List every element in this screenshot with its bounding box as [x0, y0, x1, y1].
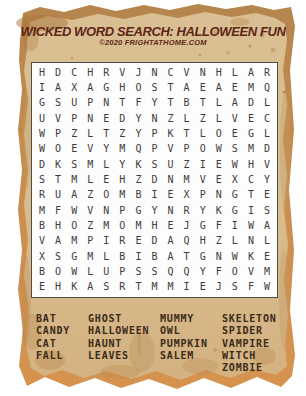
grid-cell-r9c1[interactable]: R	[34, 188, 50, 203]
word-list-column: BATCANDYCATFALL	[36, 313, 70, 362]
grid-cell-r9c10[interactable]: X	[179, 188, 195, 203]
grid-cell-r5c8[interactable]: P	[146, 126, 162, 141]
grid-cell-r15c13[interactable]: S	[227, 280, 243, 295]
grid-cell-r3c11[interactable]: T	[195, 96, 211, 111]
grid-cell-r9c5[interactable]: O	[98, 188, 114, 203]
grid-cell-r10c15[interactable]: S	[259, 203, 275, 218]
word-list-item: GHOST	[88, 313, 149, 325]
grid-cell-r13c15[interactable]: E	[259, 249, 275, 264]
grid-cell-r7c5[interactable]: L	[98, 157, 114, 172]
grid-cell-r4c9[interactable]: Z	[163, 111, 179, 126]
grid-cell-r3c6[interactable]: T	[114, 96, 130, 111]
grid-cell-r11c10[interactable]: J	[179, 218, 195, 233]
grid-cell-r5c2[interactable]: P	[50, 126, 66, 141]
grid-cell-r4c10[interactable]: L	[179, 111, 195, 126]
grid-cell-r4c1[interactable]: U	[34, 111, 50, 126]
grid-cell-r12c12[interactable]: Z	[211, 234, 227, 249]
grid-cell-r7c6[interactable]: Y	[114, 157, 130, 172]
grid-cell-r5c14[interactable]: G	[243, 126, 259, 141]
grid-cell-r13c8[interactable]: B	[146, 249, 162, 264]
word-list-column: MUMMYOWLPUMPKINSALEM	[160, 313, 208, 362]
grid-cell-r1c9[interactable]: C	[163, 65, 179, 80]
grid-cell-r7c11[interactable]: I	[195, 157, 211, 172]
grid-cell-r3c3[interactable]: U	[66, 96, 82, 111]
grid-cell-r13c14[interactable]: K	[243, 249, 259, 264]
word-list-item: OWL	[160, 325, 208, 337]
grid-cell-r5c15[interactable]: L	[259, 126, 275, 141]
grid-cell-r7c15[interactable]: V	[259, 157, 275, 172]
grid-cell-r12c15[interactable]: L	[259, 234, 275, 249]
grid-cell-r2c8[interactable]: S	[146, 80, 162, 95]
grid-cell-r2c12[interactable]: A	[211, 80, 227, 95]
grid-cell-r6c7[interactable]: Q	[130, 142, 146, 157]
word-list-item: SALEM	[160, 350, 208, 362]
grid-cell-r10c12[interactable]: K	[211, 203, 227, 218]
grid-cell-r9c4[interactable]: Z	[82, 188, 98, 203]
grid-cell-r13c9[interactable]: A	[163, 249, 179, 264]
grid-cell-r1c10[interactable]: V	[179, 65, 195, 80]
grid-cell-r7c12[interactable]: E	[211, 157, 227, 172]
grid-cell-r8c13[interactable]: X	[227, 172, 243, 187]
word-list-item: PUMPKIN	[160, 338, 208, 350]
grid-cell-r3c15[interactable]: L	[259, 96, 275, 111]
grid-cell-r15c7[interactable]: T	[130, 280, 146, 295]
grid-cell-r9c11[interactable]: P	[195, 188, 211, 203]
grid-cell-r11c13[interactable]: I	[227, 218, 243, 233]
grid-cell-r15c15[interactable]: W	[259, 280, 275, 295]
grid-cell-r15c11[interactable]: E	[195, 280, 211, 295]
grid-cell-r12c14[interactable]: N	[243, 234, 259, 249]
grid-cell-r13c3[interactable]: G	[66, 249, 82, 264]
grid-cell-r5c13[interactable]: E	[227, 126, 243, 141]
grid-cell-r3c12[interactable]: L	[211, 96, 227, 111]
grid-cell-r14c4[interactable]: L	[82, 264, 98, 279]
grid-cell-r7c3[interactable]: S	[66, 157, 82, 172]
grid-cell-r10c5[interactable]: N	[98, 203, 114, 218]
grid-cell-r12c13[interactable]: L	[227, 234, 243, 249]
grid-cell-r13c2[interactable]: S	[50, 249, 66, 264]
grid-cell-r13c13[interactable]: W	[227, 249, 243, 264]
grid-cell-r3c9[interactable]: T	[163, 96, 179, 111]
grid-cell-r2c4[interactable]: A	[82, 80, 98, 95]
grid-cell-r8c4[interactable]: L	[82, 172, 98, 187]
grid-cell-r12c2[interactable]: A	[50, 234, 66, 249]
word-list-column: GHOSTHALLOWEENHAUNTLEAVES	[88, 313, 149, 362]
grid-cell-r1c6[interactable]: V	[114, 65, 130, 80]
grid-cell-r14c5[interactable]: U	[98, 264, 114, 279]
grid-cell-r14c9[interactable]: Q	[163, 264, 179, 279]
grid-cell-r6c11[interactable]: O	[195, 142, 211, 157]
grid-cell-r9c13[interactable]: G	[227, 188, 243, 203]
grid-cell-r15c14[interactable]: F	[243, 280, 259, 295]
grid-cell-r11c2[interactable]: H	[50, 218, 66, 233]
grid-cell-r9c15[interactable]: E	[259, 188, 275, 203]
grid-cell-r11c12[interactable]: F	[211, 218, 227, 233]
grid-cell-r5c12[interactable]: O	[211, 126, 227, 141]
grid-cell-r13c4[interactable]: M	[82, 249, 98, 264]
grid-cell-r10c4[interactable]: V	[82, 203, 98, 218]
grid-cell-r2c11[interactable]: E	[195, 80, 211, 95]
grid-cell-r3c13[interactable]: A	[227, 96, 243, 111]
grid-cell-r2c7[interactable]: O	[130, 80, 146, 95]
grid-cell-r11c6[interactable]: O	[114, 218, 130, 233]
grid-cell-r15c6[interactable]: R	[114, 280, 130, 295]
grid-cell-r1c13[interactable]: L	[227, 65, 243, 80]
grid-cell-r13c1[interactable]: X	[34, 249, 50, 264]
grid-cell-r11c9[interactable]: E	[163, 218, 179, 233]
grid-cell-r5c7[interactable]: Y	[130, 126, 146, 141]
grid-cell-r3c8[interactable]: Y	[146, 96, 162, 111]
grid-cell-r12c7[interactable]: E	[130, 234, 146, 249]
grid-cell-r8c7[interactable]: Z	[130, 172, 146, 187]
grid-cell-r2c1[interactable]: I	[34, 80, 50, 95]
grid-cell-r12c3[interactable]: M	[66, 234, 82, 249]
word-list-item: WITCH	[222, 350, 277, 362]
grid-cell-r8c10[interactable]: M	[179, 172, 195, 187]
grid-cell-r10c2[interactable]: F	[50, 203, 66, 218]
grid-cell-r14c13[interactable]: O	[227, 264, 243, 279]
grid-cell-r11c14[interactable]: W	[243, 218, 259, 233]
word-list-item: HALLOWEEN	[88, 325, 149, 337]
grid-cell-r10c11[interactable]: Y	[195, 203, 211, 218]
grid-cell-r14c15[interactable]: M	[259, 264, 275, 279]
grid-cell-r2c6[interactable]: H	[114, 80, 130, 95]
grid-cell-r10c9[interactable]: N	[163, 203, 179, 218]
grid-cell-r14c7[interactable]: S	[130, 264, 146, 279]
grid-cell-r4c6[interactable]: D	[114, 111, 130, 126]
grid-cell-r4c15[interactable]: C	[259, 111, 275, 126]
grid-cell-r6c10[interactable]: P	[179, 142, 195, 157]
grid-cell-r12c11[interactable]: H	[195, 234, 211, 249]
grid-cell-r15c12[interactable]: J	[211, 280, 227, 295]
grid-cell-r4c7[interactable]: Y	[130, 111, 146, 126]
grid-cell-r4c12[interactable]: L	[211, 111, 227, 126]
grid-cell-r14c8[interactable]: S	[146, 264, 162, 279]
grid-cell-r7c10[interactable]: Z	[179, 157, 195, 172]
grid-cell-r5c5[interactable]: T	[98, 126, 114, 141]
grid-cell-r1c2[interactable]: D	[50, 65, 66, 80]
grid-cell-r4c11[interactable]: Z	[195, 111, 211, 126]
grid-cell-r15c9[interactable]: M	[163, 280, 179, 295]
grid-cell-r6c8[interactable]: P	[146, 142, 162, 157]
grid-cell-r6c5[interactable]: Y	[98, 142, 114, 157]
grid-cell-r6c13[interactable]: S	[227, 142, 243, 157]
grid-cell-r14c1[interactable]: B	[34, 264, 50, 279]
grid-cell-r7c7[interactable]: K	[130, 157, 146, 172]
copyright-line: ©2020 FRIGHTATHOME.COM	[0, 38, 306, 47]
grid-cell-r10c10[interactable]: R	[179, 203, 195, 218]
grid-cell-r2c13[interactable]: E	[227, 80, 243, 95]
grid-cell-r2c5[interactable]: G	[98, 80, 114, 95]
grid-cell-r7c9[interactable]: U	[163, 157, 179, 172]
grid-cell-r1c15[interactable]: R	[259, 65, 275, 80]
grid-cell-r9c3[interactable]: A	[66, 188, 82, 203]
grid-cell-r6c14[interactable]: M	[243, 142, 259, 157]
grid-cell-r8c5[interactable]: E	[98, 172, 114, 187]
page-title: WICKED WORD SEARCH: HALLOWEEN FUN	[0, 24, 306, 39]
grid-cell-r14c12[interactable]: F	[211, 264, 227, 279]
grid-cell-r8c2[interactable]: T	[50, 172, 66, 187]
grid-cell-r12c6[interactable]: R	[114, 234, 130, 249]
grid-cell-r15c2[interactable]: H	[50, 280, 66, 295]
grid-cell-r14c6[interactable]: P	[114, 264, 130, 279]
grid-cell-r3c7[interactable]: F	[130, 96, 146, 111]
grid-cell-r8c6[interactable]: H	[114, 172, 130, 187]
grid-cell-r8c1[interactable]: S	[34, 172, 50, 187]
grid-cell-r3c4[interactable]: P	[82, 96, 98, 111]
grid-cell-r2c2[interactable]: A	[50, 80, 66, 95]
word-list-column: SKELETONSPIDERVAMPIREWITCHZOMBIE	[222, 313, 277, 374]
grid-cell-r3c10[interactable]: B	[179, 96, 195, 111]
grid-cell-r14c14[interactable]: V	[243, 264, 259, 279]
word-search-page: WICKED WORD SEARCH: HALLOWEEN FUN ©2020 …	[0, 0, 306, 396]
grid-cell-r7c8[interactable]: S	[146, 157, 162, 172]
grid-cell-r2c14[interactable]: M	[243, 80, 259, 95]
grid-cell-r10c14[interactable]: I	[243, 203, 259, 218]
grid-cell-r8c8[interactable]: D	[146, 172, 162, 187]
word-list-item: HAUNT	[88, 338, 149, 350]
grid-cell-r3c1[interactable]: G	[34, 96, 50, 111]
grid-cell-r13c12[interactable]: N	[211, 249, 227, 264]
grid-cell-r5c3[interactable]: Z	[66, 126, 82, 141]
grid-cell-r15c3[interactable]: K	[66, 280, 82, 295]
grid-cell-r12c1[interactable]: V	[34, 234, 50, 249]
grid-cell-r5c11[interactable]: L	[195, 126, 211, 141]
grid-cell-r10c6[interactable]: P	[114, 203, 130, 218]
grid-cell-r11c7[interactable]: M	[130, 218, 146, 233]
grid-cell-r4c2[interactable]: V	[50, 111, 66, 126]
grid-cell-r4c4[interactable]: N	[82, 111, 98, 126]
grid-cell-r2c9[interactable]: T	[163, 80, 179, 95]
grid-cell-r11c5[interactable]: M	[98, 218, 114, 233]
grid-cell-r10c1[interactable]: M	[34, 203, 50, 218]
grid-cell-r8c15[interactable]: Y	[259, 172, 275, 187]
grid-cell-r1c5[interactable]: R	[98, 65, 114, 80]
grid-cell-r12c4[interactable]: P	[82, 234, 98, 249]
grid-cell-r13c10[interactable]: T	[179, 249, 195, 264]
word-list-item: ZOMBIE	[222, 362, 277, 374]
grid-cell-r8c11[interactable]: V	[195, 172, 211, 187]
word-list: BATCANDYCATFALLGHOSTHALLOWEENHAUNTLEAVES…	[0, 313, 306, 388]
word-list-item: CANDY	[36, 325, 70, 337]
grid-cell-r6c4[interactable]: V	[82, 142, 98, 157]
grid-cell-r1c3[interactable]: C	[66, 65, 82, 80]
grid-cell-r7c14[interactable]: H	[243, 157, 259, 172]
grid-cell-r9c6[interactable]: M	[114, 188, 130, 203]
word-list-item: SKELETON	[222, 313, 277, 325]
grid-cell-r8c3[interactable]: M	[66, 172, 82, 187]
grid-cell-r6c3[interactable]: E	[66, 142, 82, 157]
grid-cell-r3c5[interactable]: N	[98, 96, 114, 111]
grid-cell-r9c8[interactable]: I	[146, 188, 162, 203]
grid-cell-r11c8[interactable]: H	[146, 218, 162, 233]
grid-cell-r15c10[interactable]: I	[179, 280, 195, 295]
grid-cell-r7c1[interactable]: D	[34, 157, 50, 172]
grid-cell-r1c4[interactable]: H	[82, 65, 98, 80]
grid-cell-r4c8[interactable]: N	[146, 111, 162, 126]
grid-cell-r3c14[interactable]: D	[243, 96, 259, 111]
grid-cell-r3c2[interactable]: S	[50, 96, 66, 111]
grid-cell-r15c5[interactable]: S	[98, 280, 114, 295]
grid-cell-r8c12[interactable]: E	[211, 172, 227, 187]
grid-cell-r13c7[interactable]: I	[130, 249, 146, 264]
grid-cell-r11c4[interactable]: Z	[82, 218, 98, 233]
grid-cell-r11c1[interactable]: B	[34, 218, 50, 233]
grid-cell-r2c15[interactable]: Q	[259, 80, 275, 95]
grid-cell-r6c2[interactable]: O	[50, 142, 66, 157]
grid-cell-r11c15[interactable]: A	[259, 218, 275, 233]
grid-cell-r11c11[interactable]: G	[195, 218, 211, 233]
grid-cell-r1c11[interactable]: N	[195, 65, 211, 80]
grid-cell-r4c5[interactable]: E	[98, 111, 114, 126]
grid-cell-r12c9[interactable]: A	[163, 234, 179, 249]
grid-cell-r1c8[interactable]: N	[146, 65, 162, 80]
grid-cell-r15c1[interactable]: E	[34, 280, 50, 295]
grid-cell-r4c3[interactable]: P	[66, 111, 82, 126]
grid-cell-r13c6[interactable]: B	[114, 249, 130, 264]
grid-cell-r11c3[interactable]: O	[66, 218, 82, 233]
grid-cell-r14c11[interactable]: Y	[195, 264, 211, 279]
grid-cell-r6c9[interactable]: V	[163, 142, 179, 157]
grid-cell-r14c2[interactable]: O	[50, 264, 66, 279]
grid-cell-r2c3[interactable]: X	[66, 80, 82, 95]
letter-grid: HDCHRVJNCVNHLARIAXAGHOSTAEAEMQGSUPNTFYTB…	[31, 62, 278, 298]
grid-cell-r9c7[interactable]: B	[130, 188, 146, 203]
grid-cell-r4c14[interactable]: E	[243, 111, 259, 126]
grid-cell-r12c8[interactable]: D	[146, 234, 162, 249]
grid-cell-r14c10[interactable]: Q	[179, 264, 195, 279]
grid-cell-r6c15[interactable]: D	[259, 142, 275, 157]
grid-cell-r14c3[interactable]: W	[66, 264, 82, 279]
grid-cell-r5c10[interactable]: T	[179, 126, 195, 141]
grid-cell-r5c6[interactable]: Z	[114, 126, 130, 141]
grid-cell-r13c5[interactable]: L	[98, 249, 114, 264]
grid-cell-r8c9[interactable]: N	[163, 172, 179, 187]
grid-cell-r6c1[interactable]: W	[34, 142, 50, 157]
grid-cell-r9c14[interactable]: T	[243, 188, 259, 203]
grid-cell-r5c1[interactable]: W	[34, 126, 50, 141]
grid-cell-r2c10[interactable]: A	[179, 80, 195, 95]
grid-cell-r7c2[interactable]: K	[50, 157, 66, 172]
grid-cell-r6c6[interactable]: M	[114, 142, 130, 157]
word-list-item: BAT	[36, 313, 70, 325]
grid-cell-r1c1[interactable]: H	[34, 65, 50, 80]
grid-cell-r10c13[interactable]: G	[227, 203, 243, 218]
word-list-item: SPIDER	[222, 325, 277, 337]
grid-cell-r5c4[interactable]: L	[82, 126, 98, 141]
grid-cell-r1c7[interactable]: J	[130, 65, 146, 80]
grid-cell-r15c4[interactable]: A	[82, 280, 98, 295]
grid-cell-r9c12[interactable]: N	[211, 188, 227, 203]
grid-cell-r8c14[interactable]: C	[243, 172, 259, 187]
grid-cell-r15c8[interactable]: M	[146, 280, 162, 295]
grid-cell-r12c10[interactable]: Q	[179, 234, 195, 249]
word-list-item: VAMPIRE	[222, 338, 277, 350]
word-list-item: CAT	[36, 338, 70, 350]
grid-cell-r4c13[interactable]: V	[227, 111, 243, 126]
grid-cell-r10c8[interactable]: Y	[146, 203, 162, 218]
word-list-item: MUMMY	[160, 313, 208, 325]
grid-cell-r9c2[interactable]: U	[50, 188, 66, 203]
grid-cell-r13c11[interactable]: G	[195, 249, 211, 264]
grid-cell-r12c5[interactable]: I	[98, 234, 114, 249]
word-list-item: FALL	[36, 350, 70, 362]
grid-cell-r1c14[interactable]: A	[243, 65, 259, 80]
grid-cell-r9c9[interactable]: E	[163, 188, 179, 203]
grid-cell-r7c4[interactable]: M	[82, 157, 98, 172]
grid-cell-r10c3[interactable]: W	[66, 203, 82, 218]
grid-cell-r10c7[interactable]: G	[130, 203, 146, 218]
grid-cell-r6c12[interactable]: W	[211, 142, 227, 157]
word-list-item: LEAVES	[88, 350, 149, 362]
grid-cell-r5c9[interactable]: K	[163, 126, 179, 141]
grid-cell-r1c12[interactable]: H	[211, 65, 227, 80]
grid-cell-r7c13[interactable]: W	[227, 157, 243, 172]
